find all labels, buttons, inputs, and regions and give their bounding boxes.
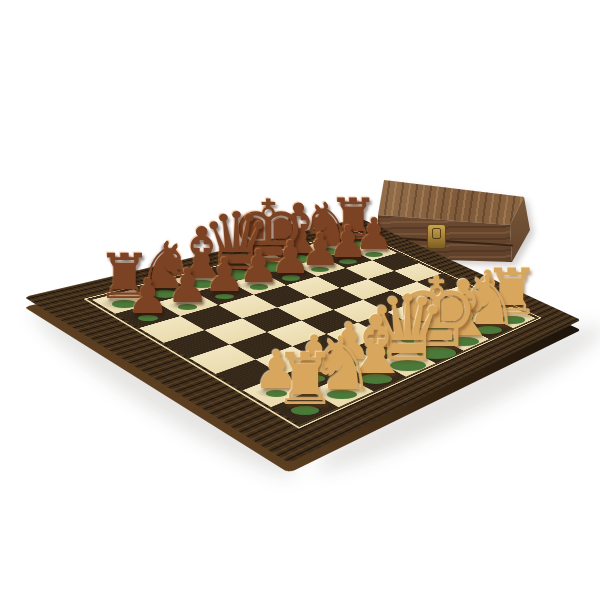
chess-set-photo: ♜♞♟♝♟♚♟♛♟♝♟♞♟♜♟♟♟♟♜♟♞♟♝♟♚♟♛♟♝♟♞♜ — [0, 0, 600, 600]
box-brass-clasp-icon — [427, 224, 446, 249]
